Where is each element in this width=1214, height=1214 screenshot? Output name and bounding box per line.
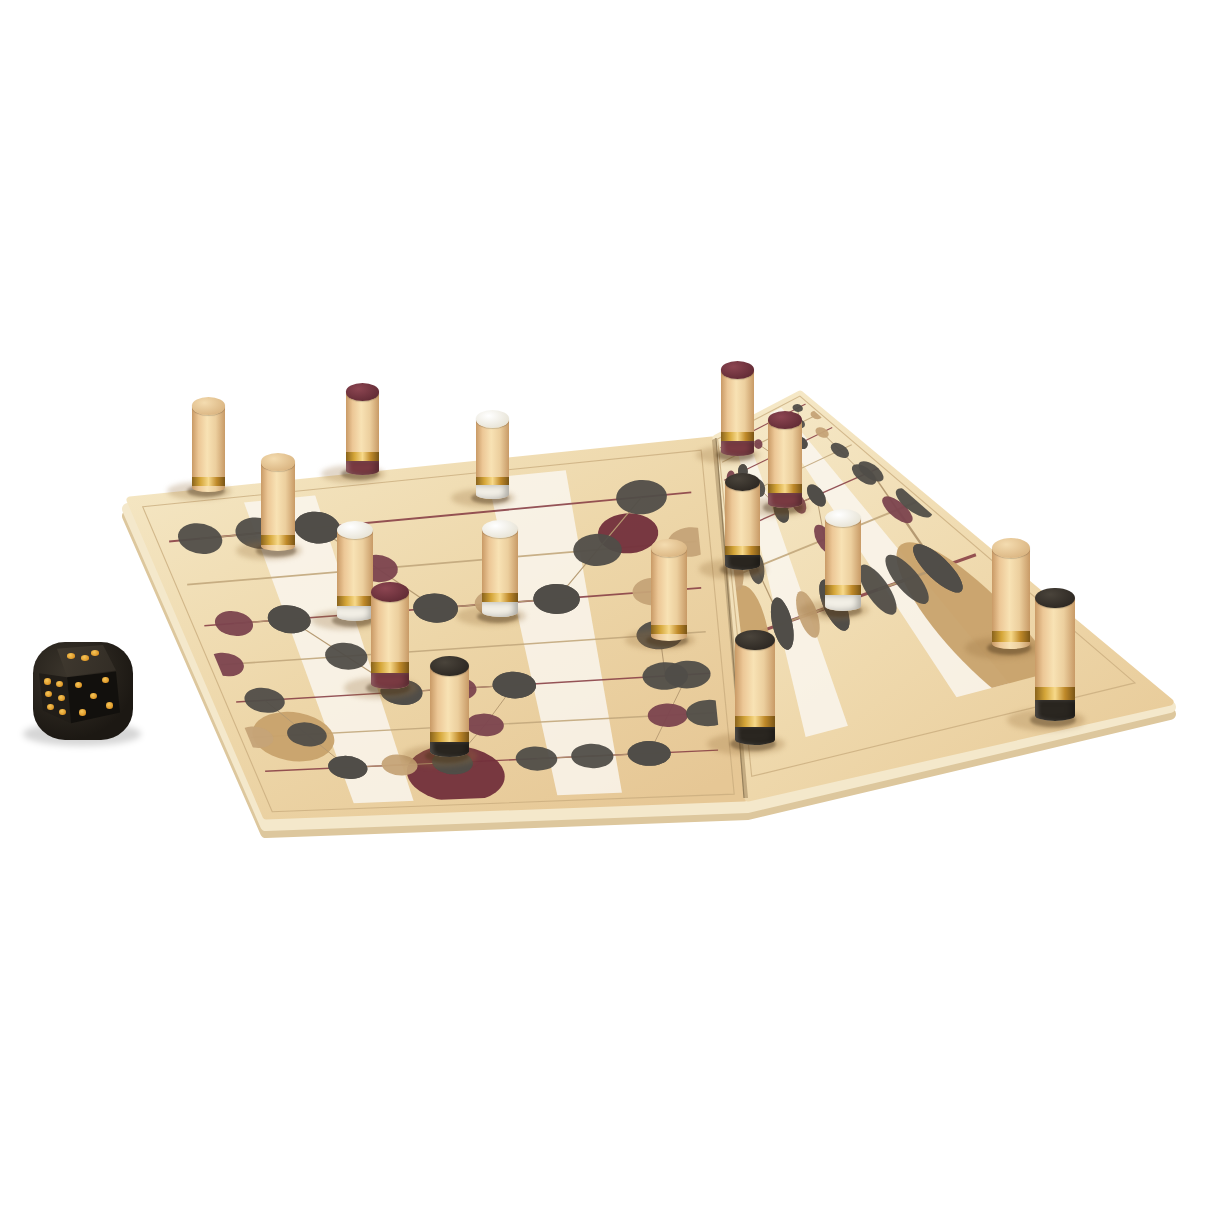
peg-maroon-4[interactable] xyxy=(371,582,409,689)
peg-body xyxy=(768,420,802,508)
peg-natural-1[interactable] xyxy=(192,397,225,492)
peg-maroon-3[interactable] xyxy=(768,411,802,508)
die-pip xyxy=(44,678,51,684)
peg-gold-band xyxy=(725,546,760,555)
peg-top-cap xyxy=(192,397,225,414)
peg-gold-band xyxy=(476,477,509,485)
peg-white-4[interactable] xyxy=(337,521,373,621)
die-body xyxy=(33,642,133,740)
peg-base-band xyxy=(346,461,379,475)
peg-gold-band xyxy=(192,477,225,486)
peg-top-cap xyxy=(476,410,509,427)
peg-gold-band xyxy=(346,452,379,461)
peg-base-band xyxy=(337,606,373,621)
peg-maroon-2[interactable] xyxy=(346,383,379,475)
peg-base-band xyxy=(825,595,861,611)
peg-body xyxy=(430,666,469,757)
peg-body xyxy=(261,462,295,551)
peg-body xyxy=(721,370,754,456)
peg-white-3[interactable] xyxy=(482,520,518,617)
peg-top-cap xyxy=(346,383,379,400)
peg-gold-band xyxy=(825,585,861,595)
peg-base-band xyxy=(735,727,775,745)
peg-gold-band xyxy=(768,484,802,493)
peg-top-cap xyxy=(337,521,373,540)
peg-natural-2[interactable] xyxy=(261,453,295,551)
peg-top-cap xyxy=(825,509,861,528)
peg-gold-band xyxy=(721,432,754,441)
peg-black-3[interactable] xyxy=(735,630,775,745)
peg-base-band xyxy=(430,742,469,757)
peg-top-cap xyxy=(725,473,760,491)
die[interactable] xyxy=(33,642,133,740)
peg-body xyxy=(192,406,225,492)
peg-top-cap xyxy=(992,538,1030,558)
peg-gold-band xyxy=(482,593,518,602)
peg-gold-band xyxy=(992,631,1030,642)
peg-natural-4[interactable] xyxy=(992,538,1030,649)
die-pip xyxy=(47,704,54,710)
pieces-layer xyxy=(0,0,1214,1214)
die-pip xyxy=(79,709,86,715)
peg-body xyxy=(825,518,861,611)
peg-top-cap xyxy=(768,411,802,429)
peg-gold-band xyxy=(371,662,409,672)
peg-black-1[interactable] xyxy=(725,473,760,570)
die-pip xyxy=(58,695,65,701)
peg-body xyxy=(482,529,518,617)
peg-top-cap xyxy=(721,361,754,378)
peg-gold-band xyxy=(651,625,687,635)
peg-body xyxy=(725,482,760,570)
peg-top-cap xyxy=(371,582,409,602)
peg-base-band xyxy=(1035,700,1075,721)
peg-white-1[interactable] xyxy=(476,410,509,499)
peg-gold-band xyxy=(1035,687,1075,700)
peg-top-cap xyxy=(261,453,295,471)
peg-gold-band xyxy=(337,596,373,606)
peg-body xyxy=(337,530,373,621)
die-pip xyxy=(59,709,66,715)
peg-base-band xyxy=(482,602,518,617)
peg-gold-band xyxy=(430,732,469,742)
peg-black-2[interactable] xyxy=(1035,588,1075,721)
peg-gold-band xyxy=(735,716,775,727)
peg-white-2[interactable] xyxy=(825,509,861,611)
peg-base-band xyxy=(476,485,509,499)
peg-body xyxy=(476,419,509,499)
peg-top-cap xyxy=(651,539,687,558)
peg-natural-3[interactable] xyxy=(651,539,687,641)
peg-base-band xyxy=(768,493,802,508)
peg-top-cap xyxy=(482,520,518,539)
peg-black-4[interactable] xyxy=(430,656,469,757)
peg-maroon-1[interactable] xyxy=(721,361,754,456)
die-pip xyxy=(81,655,89,660)
peg-top-cap xyxy=(430,656,469,676)
product-photo-scene xyxy=(0,0,1214,1214)
peg-base-band xyxy=(371,673,409,689)
peg-base-band xyxy=(721,441,754,456)
peg-body xyxy=(1035,598,1075,721)
peg-gold-band xyxy=(261,535,295,544)
peg-base-band xyxy=(725,555,760,570)
peg-body xyxy=(735,640,775,745)
die-pip xyxy=(67,653,75,658)
peg-body xyxy=(992,548,1030,649)
peg-body xyxy=(651,548,687,641)
peg-body xyxy=(346,392,379,475)
peg-body xyxy=(371,592,409,689)
die-pip xyxy=(106,702,113,708)
